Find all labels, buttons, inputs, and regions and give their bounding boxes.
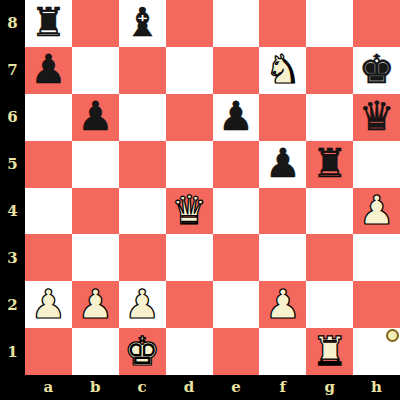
rank-label-5: 5 bbox=[0, 141, 25, 188]
square-g8[interactable] bbox=[306, 0, 353, 47]
square-d8[interactable] bbox=[166, 0, 213, 47]
square-d3[interactable] bbox=[166, 234, 213, 281]
square-g1[interactable]: ♜ bbox=[306, 328, 353, 375]
square-b7[interactable] bbox=[72, 47, 119, 94]
square-g7[interactable] bbox=[306, 47, 353, 94]
square-h6[interactable]: ♛ bbox=[353, 94, 400, 141]
square-a4[interactable] bbox=[25, 188, 72, 235]
black-queen-h6[interactable]: ♛ bbox=[359, 96, 395, 136]
square-d1[interactable] bbox=[166, 328, 213, 375]
file-label-c: c bbox=[119, 375, 166, 400]
square-d4[interactable]: ♛ bbox=[166, 188, 213, 235]
square-c1[interactable]: ♚ bbox=[119, 328, 166, 375]
square-c6[interactable] bbox=[119, 94, 166, 141]
black-bishop-c8[interactable]: ♝ bbox=[124, 2, 160, 42]
square-c5[interactable] bbox=[119, 141, 166, 188]
square-b2[interactable]: ♟ bbox=[72, 281, 119, 328]
file-label-f: f bbox=[259, 375, 306, 400]
square-h5[interactable] bbox=[353, 141, 400, 188]
square-h2[interactable] bbox=[353, 281, 400, 328]
square-b6[interactable]: ♟ bbox=[72, 94, 119, 141]
square-d5[interactable] bbox=[166, 141, 213, 188]
square-e1[interactable] bbox=[213, 328, 260, 375]
chess-board: ♜♝♟♞♚♟♟♛♟♜♛♟♟♟♟♟♚♜ bbox=[25, 0, 400, 375]
black-rook-g5[interactable]: ♜ bbox=[312, 143, 348, 183]
black-pawn-b6[interactable]: ♟ bbox=[77, 96, 113, 136]
square-d2[interactable] bbox=[166, 281, 213, 328]
file-label-e: e bbox=[213, 375, 260, 400]
file-label-a: a bbox=[25, 375, 72, 400]
square-a2[interactable]: ♟ bbox=[25, 281, 72, 328]
rank-label-6: 6 bbox=[0, 94, 25, 141]
square-h3[interactable] bbox=[353, 234, 400, 281]
square-a6[interactable] bbox=[25, 94, 72, 141]
square-a1[interactable] bbox=[25, 328, 72, 375]
square-e7[interactable] bbox=[213, 47, 260, 94]
square-h8[interactable] bbox=[353, 0, 400, 47]
square-c2[interactable]: ♟ bbox=[119, 281, 166, 328]
white-king-c1[interactable]: ♚ bbox=[124, 331, 160, 371]
square-a7[interactable]: ♟ bbox=[25, 47, 72, 94]
square-b3[interactable] bbox=[72, 234, 119, 281]
square-e5[interactable] bbox=[213, 141, 260, 188]
white-pawn-a2[interactable]: ♟ bbox=[31, 284, 67, 324]
square-c8[interactable]: ♝ bbox=[119, 0, 166, 47]
file-label-d: d bbox=[166, 375, 213, 400]
square-a3[interactable] bbox=[25, 234, 72, 281]
file-label-g: g bbox=[306, 375, 353, 400]
rank-label-1: 1 bbox=[0, 328, 25, 375]
square-f4[interactable] bbox=[259, 188, 306, 235]
square-c3[interactable] bbox=[119, 234, 166, 281]
square-b5[interactable] bbox=[72, 141, 119, 188]
square-e2[interactable] bbox=[213, 281, 260, 328]
white-knight-f7[interactable]: ♞ bbox=[265, 49, 301, 89]
square-a5[interactable] bbox=[25, 141, 72, 188]
file-labels: abcdefgh bbox=[25, 375, 400, 400]
square-b8[interactable] bbox=[72, 0, 119, 47]
square-g4[interactable] bbox=[306, 188, 353, 235]
black-pawn-f5[interactable]: ♟ bbox=[265, 143, 301, 183]
square-e3[interactable] bbox=[213, 234, 260, 281]
square-g2[interactable] bbox=[306, 281, 353, 328]
square-e4[interactable] bbox=[213, 188, 260, 235]
square-f1[interactable] bbox=[259, 328, 306, 375]
rank-label-3: 3 bbox=[0, 234, 25, 281]
white-pawn-f2[interactable]: ♟ bbox=[265, 284, 301, 324]
square-d7[interactable] bbox=[166, 47, 213, 94]
rank-label-4: 4 bbox=[0, 188, 25, 235]
square-f8[interactable] bbox=[259, 0, 306, 47]
black-pawn-e6[interactable]: ♟ bbox=[218, 96, 254, 136]
square-g3[interactable] bbox=[306, 234, 353, 281]
rank-label-8: 8 bbox=[0, 0, 25, 47]
chessboard-frame: 87654321 ♜♝♟♞♚♟♟♛♟♜♛♟♟♟♟♟♚♜ abcdefgh bbox=[0, 0, 400, 400]
white-pawn-c2[interactable]: ♟ bbox=[124, 284, 160, 324]
rank-label-2: 2 bbox=[0, 281, 25, 328]
square-g6[interactable] bbox=[306, 94, 353, 141]
square-f3[interactable] bbox=[259, 234, 306, 281]
white-queen-d4[interactable]: ♛ bbox=[171, 190, 207, 230]
square-c7[interactable] bbox=[119, 47, 166, 94]
square-f6[interactable] bbox=[259, 94, 306, 141]
white-rook-g1[interactable]: ♜ bbox=[312, 331, 348, 371]
black-rook-a8[interactable]: ♜ bbox=[31, 2, 67, 42]
square-c4[interactable] bbox=[119, 188, 166, 235]
square-f7[interactable]: ♞ bbox=[259, 47, 306, 94]
white-pawn-b2[interactable]: ♟ bbox=[77, 284, 113, 324]
black-pawn-a7[interactable]: ♟ bbox=[31, 49, 67, 89]
file-label-b: b bbox=[72, 375, 119, 400]
square-e8[interactable] bbox=[213, 0, 260, 47]
rank-labels: 87654321 bbox=[0, 0, 25, 375]
square-a8[interactable]: ♜ bbox=[25, 0, 72, 47]
square-f5[interactable]: ♟ bbox=[259, 141, 306, 188]
square-g5[interactable]: ♜ bbox=[306, 141, 353, 188]
square-h7[interactable]: ♚ bbox=[353, 47, 400, 94]
white-pawn-h4[interactable]: ♟ bbox=[359, 190, 395, 230]
square-d6[interactable] bbox=[166, 94, 213, 141]
side-to-move-indicator bbox=[386, 329, 399, 342]
square-b4[interactable] bbox=[72, 188, 119, 235]
black-king-h7[interactable]: ♚ bbox=[359, 49, 395, 89]
file-label-h: h bbox=[353, 375, 400, 400]
square-f2[interactable]: ♟ bbox=[259, 281, 306, 328]
square-e6[interactable]: ♟ bbox=[213, 94, 260, 141]
square-b1[interactable] bbox=[72, 328, 119, 375]
square-h4[interactable]: ♟ bbox=[353, 188, 400, 235]
rank-label-7: 7 bbox=[0, 47, 25, 94]
